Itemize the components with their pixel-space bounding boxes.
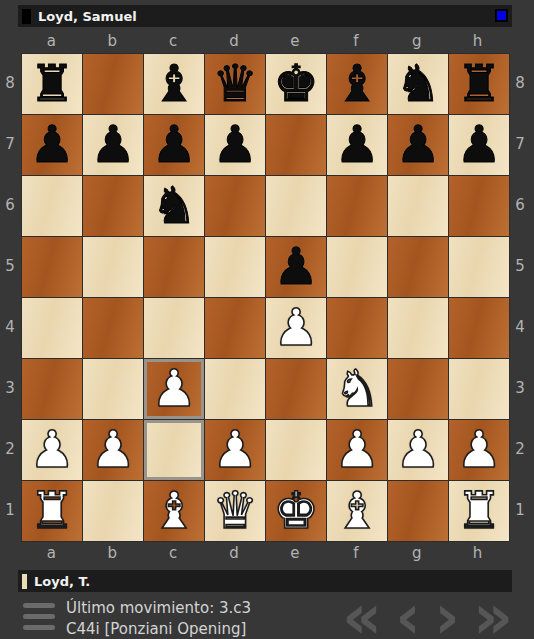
- hamburger-bar: [23, 614, 55, 619]
- square-d5[interactable]: [205, 237, 265, 297]
- left-rank-labels: 87654321: [0, 53, 20, 540]
- hamburger-menu-icon[interactable]: [23, 603, 55, 630]
- square-h6[interactable]: [449, 176, 509, 236]
- square-g4[interactable]: [388, 298, 448, 358]
- square-c3[interactable]: ♟: [144, 359, 204, 419]
- square-a3[interactable]: [22, 359, 82, 419]
- square-d6[interactable]: [205, 176, 265, 236]
- rank-label-4: 4: [0, 297, 20, 358]
- file-label-d: d: [204, 543, 265, 563]
- square-g3[interactable]: [388, 359, 448, 419]
- piece-white-pawn[interactable]: ♟: [29, 420, 75, 480]
- piece-black-pawn[interactable]: ♟: [29, 115, 75, 175]
- piece-white-king[interactable]: ♚: [273, 481, 319, 541]
- square-f8[interactable]: ♝: [327, 54, 387, 114]
- file-label-d: d: [204, 31, 265, 51]
- square-f7[interactable]: ♟: [327, 115, 387, 175]
- piece-white-queen[interactable]: ♛: [212, 481, 258, 541]
- piece-white-bishop[interactable]: ♝: [151, 481, 197, 541]
- file-label-g: g: [386, 543, 447, 563]
- hamburger-bar: [23, 625, 55, 630]
- chess-board: ♜♝♛♚♝♞♜♟♟♟♟♟♟♟♞♟♟♟♞♟♟♟♟♟♟♜♝♛♚♝♜: [21, 53, 510, 542]
- piece-white-pawn[interactable]: ♟: [395, 420, 441, 480]
- piece-black-pawn[interactable]: ♟: [212, 115, 258, 175]
- piece-white-bishop[interactable]: ♝: [334, 481, 380, 541]
- chess-app-window: Loyd, Samuel abcdefgh 87654321 87654321 …: [0, 0, 534, 639]
- rank-label-1: 1: [0, 479, 20, 540]
- piece-black-pawn[interactable]: ♟: [90, 115, 136, 175]
- piece-white-rook[interactable]: ♜: [456, 481, 502, 541]
- square-c8[interactable]: ♝: [144, 54, 204, 114]
- square-d2[interactable]: ♟: [205, 420, 265, 480]
- file-label-f: f: [325, 31, 386, 51]
- square-f5[interactable]: [327, 237, 387, 297]
- file-label-b: b: [82, 31, 143, 51]
- top-player-bar: Loyd, Samuel: [18, 5, 512, 27]
- rank-label-3: 3: [510, 357, 530, 418]
- rank-label-7: 7: [0, 114, 20, 175]
- piece-black-king[interactable]: ♚: [273, 54, 319, 114]
- move-navigation: « ‹ › »: [342, 596, 513, 638]
- first-move-button[interactable]: «: [342, 596, 382, 638]
- file-label-g: g: [386, 31, 447, 51]
- square-h2[interactable]: ♟: [449, 420, 509, 480]
- square-h5[interactable]: [449, 237, 509, 297]
- blue-status-square: [495, 9, 508, 22]
- square-c2[interactable]: [144, 420, 204, 480]
- piece-white-pawn[interactable]: ♟: [212, 420, 258, 480]
- square-e3[interactable]: [266, 359, 326, 419]
- piece-white-rook[interactable]: ♜: [29, 481, 75, 541]
- square-f3[interactable]: ♞: [327, 359, 387, 419]
- piece-black-knight[interactable]: ♞: [151, 176, 197, 236]
- square-c5[interactable]: [144, 237, 204, 297]
- rank-label-1: 1: [510, 479, 530, 540]
- square-e7[interactable]: [266, 115, 326, 175]
- square-e4[interactable]: ♟: [266, 298, 326, 358]
- square-d4[interactable]: [205, 298, 265, 358]
- square-b8[interactable]: [83, 54, 143, 114]
- rank-label-2: 2: [510, 418, 530, 479]
- rank-label-2: 2: [0, 418, 20, 479]
- file-label-c: c: [143, 543, 204, 563]
- file-label-a: a: [21, 543, 82, 563]
- piece-white-pawn[interactable]: ♟: [456, 420, 502, 480]
- square-d8[interactable]: ♛: [205, 54, 265, 114]
- square-b4[interactable]: [83, 298, 143, 358]
- square-a1[interactable]: ♜: [22, 481, 82, 541]
- square-h1[interactable]: ♜: [449, 481, 509, 541]
- rank-label-4: 4: [510, 297, 530, 358]
- rank-label-5: 5: [510, 236, 530, 297]
- file-label-a: a: [21, 31, 82, 51]
- rank-label-7: 7: [510, 114, 530, 175]
- square-a2[interactable]: ♟: [22, 420, 82, 480]
- piece-white-pawn[interactable]: ♟: [334, 420, 380, 480]
- rank-label-8: 8: [510, 53, 530, 114]
- square-g2[interactable]: ♟: [388, 420, 448, 480]
- square-d7[interactable]: ♟: [205, 115, 265, 175]
- next-move-button[interactable]: ›: [434, 596, 460, 638]
- square-g7[interactable]: ♟: [388, 115, 448, 175]
- square-c6[interactable]: ♞: [144, 176, 204, 236]
- white-color-indicator: [22, 574, 27, 589]
- file-label-e: e: [265, 31, 326, 51]
- piece-white-knight[interactable]: ♞: [334, 359, 380, 419]
- square-b7[interactable]: ♟: [83, 115, 143, 175]
- black-color-indicator: [22, 9, 31, 24]
- square-c4[interactable]: [144, 298, 204, 358]
- square-e5[interactable]: ♟: [266, 237, 326, 297]
- square-a6[interactable]: [22, 176, 82, 236]
- piece-white-pawn[interactable]: ♟: [151, 359, 197, 419]
- piece-white-pawn[interactable]: ♟: [90, 420, 136, 480]
- piece-black-pawn[interactable]: ♟: [395, 115, 441, 175]
- piece-black-pawn[interactable]: ♟: [273, 237, 319, 297]
- piece-black-knight[interactable]: ♞: [395, 54, 441, 114]
- square-f4[interactable]: [327, 298, 387, 358]
- piece-black-bishop[interactable]: ♝: [151, 54, 197, 114]
- square-f6[interactable]: [327, 176, 387, 236]
- top-player-name: Loyd, Samuel: [38, 9, 137, 24]
- square-h8[interactable]: ♜: [449, 54, 509, 114]
- square-a7[interactable]: ♟: [22, 115, 82, 175]
- square-a4[interactable]: [22, 298, 82, 358]
- square-g1[interactable]: [388, 481, 448, 541]
- bottom-player-name: Loyd, T.: [34, 574, 90, 589]
- rank-label-5: 5: [0, 236, 20, 297]
- square-d3[interactable]: [205, 359, 265, 419]
- piece-black-rook[interactable]: ♜: [29, 54, 75, 114]
- square-g6[interactable]: [388, 176, 448, 236]
- square-b1[interactable]: [83, 481, 143, 541]
- square-g8[interactable]: ♞: [388, 54, 448, 114]
- square-e2[interactable]: [266, 420, 326, 480]
- square-b5[interactable]: [83, 237, 143, 297]
- bottom-file-labels: abcdefgh: [21, 543, 508, 563]
- piece-black-bishop[interactable]: ♝: [334, 54, 380, 114]
- top-file-labels: abcdefgh: [21, 31, 508, 51]
- move-info-text: Último movimiento: 3.c3 C44i [Ponziani O…: [66, 598, 251, 639]
- opening-label: C44i [Ponziani Opening]: [66, 619, 251, 639]
- file-label-f: f: [325, 543, 386, 563]
- file-label-e: e: [265, 543, 326, 563]
- piece-black-queen[interactable]: ♛: [212, 54, 258, 114]
- square-e1[interactable]: ♚: [266, 481, 326, 541]
- square-b2[interactable]: ♟: [83, 420, 143, 480]
- last-move-button[interactable]: »: [473, 596, 513, 638]
- rank-label-6: 6: [0, 175, 20, 236]
- square-h4[interactable]: [449, 298, 509, 358]
- file-label-c: c: [143, 31, 204, 51]
- right-rank-labels: 87654321: [510, 53, 530, 540]
- square-h3[interactable]: [449, 359, 509, 419]
- square-c1[interactable]: ♝: [144, 481, 204, 541]
- file-label-b: b: [82, 543, 143, 563]
- square-c7[interactable]: ♟: [144, 115, 204, 175]
- hamburger-bar: [23, 603, 55, 608]
- last-move-label: Último movimiento: 3.c3: [66, 598, 251, 619]
- piece-black-pawn[interactable]: ♟: [151, 115, 197, 175]
- rank-label-8: 8: [0, 53, 20, 114]
- square-a5[interactable]: [22, 237, 82, 297]
- square-e6[interactable]: [266, 176, 326, 236]
- square-a8[interactable]: ♜: [22, 54, 82, 114]
- square-h7[interactable]: ♟: [449, 115, 509, 175]
- piece-black-pawn[interactable]: ♟: [334, 115, 380, 175]
- rank-label-3: 3: [0, 357, 20, 418]
- file-label-h: h: [447, 543, 508, 563]
- square-b3[interactable]: [83, 359, 143, 419]
- square-d1[interactable]: ♛: [205, 481, 265, 541]
- piece-white-pawn[interactable]: ♟: [273, 298, 319, 358]
- previous-move-button[interactable]: ‹: [395, 596, 421, 638]
- square-b6[interactable]: [83, 176, 143, 236]
- square-f1[interactable]: ♝: [327, 481, 387, 541]
- square-e8[interactable]: ♚: [266, 54, 326, 114]
- piece-black-rook[interactable]: ♜: [456, 54, 502, 114]
- square-g5[interactable]: [388, 237, 448, 297]
- square-f2[interactable]: ♟: [327, 420, 387, 480]
- file-label-h: h: [447, 31, 508, 51]
- piece-black-pawn[interactable]: ♟: [456, 115, 502, 175]
- rank-label-6: 6: [510, 175, 530, 236]
